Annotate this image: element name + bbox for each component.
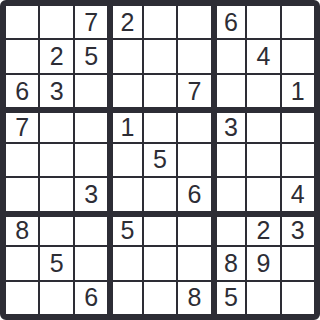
cell-r6c9[interactable]: 4 [282,178,314,210]
cell-r8c8[interactable]: 9 [247,247,279,279]
cell-r6c1[interactable] [6,178,38,210]
cell-r7c8[interactable]: 2 [247,213,279,245]
cell-r7c5[interactable] [144,213,176,245]
cell-r7c3[interactable] [75,213,107,245]
cell-r8c7[interactable]: 8 [213,247,245,279]
cell-r4c3[interactable] [75,109,107,141]
cell-r7c4[interactable]: 5 [109,213,141,245]
cell-r2c3[interactable]: 5 [75,40,107,72]
cell-r8c4[interactable] [109,247,141,279]
cell-r2c1[interactable] [6,40,38,72]
cell-r9c3[interactable]: 6 [75,282,107,314]
cell-r4c1[interactable]: 7 [6,109,38,141]
cell-r9c5[interactable] [144,282,176,314]
cell-r2c5[interactable] [144,40,176,72]
cell-r6c8[interactable] [247,178,279,210]
cell-r3c6[interactable]: 7 [178,75,210,107]
cell-r9c7[interactable]: 5 [213,282,245,314]
cell-r9c2[interactable] [40,282,72,314]
cell-r1c7[interactable]: 6 [213,6,245,38]
cell-r7c9[interactable]: 3 [282,213,314,245]
cell-r1c1[interactable] [6,6,38,38]
cell-r6c3[interactable]: 3 [75,178,107,210]
cell-r6c6[interactable]: 6 [178,178,210,210]
cell-r1c4[interactable]: 2 [109,6,141,38]
cell-r4c7[interactable]: 3 [213,109,245,141]
cell-r3c9[interactable]: 1 [282,75,314,107]
cell-r7c6[interactable] [178,213,210,245]
cell-r1c3[interactable]: 7 [75,6,107,38]
cell-r9c8[interactable] [247,282,279,314]
cell-r1c8[interactable] [247,6,279,38]
cell-r8c6[interactable] [178,247,210,279]
cell-r6c4[interactable] [109,178,141,210]
cell-r4c6[interactable] [178,109,210,141]
cell-r5c2[interactable] [40,144,72,176]
cell-r2c7[interactable] [213,40,245,72]
cell-r5c1[interactable] [6,144,38,176]
cell-r3c5[interactable] [144,75,176,107]
cell-r2c2[interactable]: 2 [40,40,72,72]
cell-r2c6[interactable] [178,40,210,72]
cell-r2c9[interactable] [282,40,314,72]
cell-r7c7[interactable] [213,213,245,245]
cell-r2c4[interactable] [109,40,141,72]
cell-r7c1[interactable]: 8 [6,213,38,245]
cell-r5c4[interactable] [109,144,141,176]
cell-r4c4[interactable]: 1 [109,109,141,141]
cell-r8c2[interactable]: 5 [40,247,72,279]
cell-r8c3[interactable] [75,247,107,279]
cell-r5c9[interactable] [282,144,314,176]
cell-r3c4[interactable] [109,75,141,107]
cell-r3c8[interactable] [247,75,279,107]
cell-r4c5[interactable] [144,109,176,141]
cell-r1c2[interactable] [40,6,72,38]
cell-r9c9[interactable] [282,282,314,314]
cell-r3c7[interactable] [213,75,245,107]
cell-r6c5[interactable] [144,178,176,210]
cell-r5c7[interactable] [213,144,245,176]
cell-r5c6[interactable] [178,144,210,176]
cell-r5c5[interactable]: 5 [144,144,176,176]
cell-r8c5[interactable] [144,247,176,279]
cell-r1c6[interactable] [178,6,210,38]
cell-r4c9[interactable] [282,109,314,141]
cell-r7c2[interactable] [40,213,72,245]
sudoku-board: 726254637171353648523589685 [0,0,320,320]
cell-r6c2[interactable] [40,178,72,210]
cell-r2c8[interactable]: 4 [247,40,279,72]
cell-r9c6[interactable]: 8 [178,282,210,314]
cell-r9c4[interactable] [109,282,141,314]
cell-r5c8[interactable] [247,144,279,176]
cell-r8c1[interactable] [6,247,38,279]
cell-r1c9[interactable] [282,6,314,38]
cell-r4c8[interactable] [247,109,279,141]
cell-r3c1[interactable]: 6 [6,75,38,107]
cell-r3c2[interactable]: 3 [40,75,72,107]
cell-r6c7[interactable] [213,178,245,210]
cell-r9c1[interactable] [6,282,38,314]
cell-r1c5[interactable] [144,6,176,38]
cell-r5c3[interactable] [75,144,107,176]
cell-r4c2[interactable] [40,109,72,141]
cell-r8c9[interactable] [282,247,314,279]
cell-r3c3[interactable] [75,75,107,107]
